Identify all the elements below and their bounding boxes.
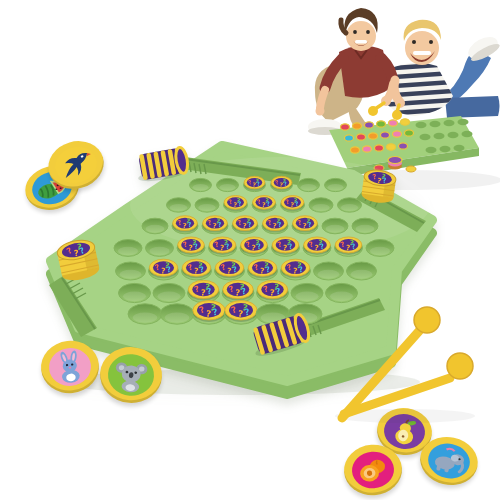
mystery-disc[interactable]: ???? xyxy=(244,176,265,191)
mystery-disc[interactable]: ???? xyxy=(293,216,318,233)
mystery-disc[interactable]: ???? xyxy=(224,196,247,212)
hammer-sticks xyxy=(320,298,500,430)
mystery-disc[interactable]: ???? xyxy=(182,259,211,278)
mystery-disc[interactable]: ???? xyxy=(215,259,244,278)
rabbit-disc-face xyxy=(47,346,94,389)
mystery-disc[interactable]: ???? xyxy=(241,237,268,255)
koala-icon xyxy=(110,355,153,394)
mystery-disc[interactable]: ???? xyxy=(225,301,257,322)
swallow-icon xyxy=(54,145,97,184)
photo-hammer-head xyxy=(392,110,402,120)
mystery-disc[interactable]: ???? xyxy=(233,216,258,233)
mystery-disc[interactable]: ???? xyxy=(253,196,276,212)
mystery-disc[interactable]: ???? xyxy=(272,237,299,255)
mystery-disc[interactable]: ???? xyxy=(248,259,277,278)
mystery-disc[interactable]: ???? xyxy=(173,216,198,233)
rabbit-icon xyxy=(49,348,90,386)
mystery-disc[interactable]: ???? xyxy=(203,216,228,233)
mystery-disc[interactable]: ???? xyxy=(281,259,310,278)
mystery-disc[interactable]: ???? xyxy=(257,280,287,300)
peach-disc-face xyxy=(350,450,395,490)
koala-disc-face xyxy=(107,353,156,397)
photo-hammer-head xyxy=(368,106,378,116)
mystery-disc[interactable]: ???? xyxy=(209,237,236,255)
peach-icon xyxy=(353,452,393,487)
mystery-disc[interactable]: ???? xyxy=(149,259,178,278)
elephant-disc-face xyxy=(424,439,473,482)
hammer-head xyxy=(447,353,473,379)
disc-stack-right-stack: ???? xyxy=(361,168,397,205)
mystery-disc[interactable]: ???? xyxy=(304,237,331,255)
jeans-floor-leg xyxy=(445,96,500,118)
swallow-disc-face xyxy=(51,143,100,188)
elephant-icon xyxy=(427,442,470,480)
mystery-disc[interactable]: ???? xyxy=(223,280,253,300)
blond-boy-face xyxy=(405,31,439,65)
mystery-disc[interactable]: ???? xyxy=(335,237,362,255)
mystery-disc[interactable]: ???? xyxy=(281,196,304,212)
hammer-head xyxy=(414,307,440,333)
mystery-disc[interactable]: ???? xyxy=(263,216,288,233)
mystery-disc[interactable]: ???? xyxy=(178,237,205,255)
svg-text:?: ? xyxy=(206,308,212,318)
mystery-disc[interactable]: ???? xyxy=(271,176,292,191)
brown-boy-face xyxy=(346,21,376,51)
hammer-stick-2[interactable] xyxy=(344,353,473,414)
svg-text:?: ? xyxy=(238,308,244,318)
mystery-disc[interactable]: ???? xyxy=(188,280,218,300)
product-photo-scene: ????????????????????????????????????????… xyxy=(0,0,500,500)
mystery-disc[interactable]: ???? xyxy=(193,301,225,322)
svg-text:?: ? xyxy=(382,176,386,184)
